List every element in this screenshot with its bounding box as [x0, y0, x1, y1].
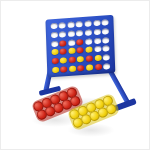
red-checker-in-grid — [78, 65, 85, 71]
empty-hole — [85, 38, 92, 44]
empty-hole — [68, 39, 75, 45]
red-checker-in-grid — [77, 47, 84, 53]
yellow-checker-in-grid — [85, 47, 92, 53]
empty-hole — [102, 37, 109, 43]
empty-hole — [51, 41, 58, 47]
red-checker-in-grid — [86, 55, 93, 61]
yellow-checker-in-grid — [86, 64, 93, 70]
empty-hole — [50, 23, 57, 29]
empty-hole — [76, 30, 83, 36]
board-cell-r6c1[interactable] — [51, 65, 60, 74]
product-photo — [0, 0, 150, 150]
empty-hole — [59, 31, 66, 37]
red-checker-in-grid — [95, 64, 102, 70]
empty-hole — [94, 38, 101, 44]
empty-hole — [103, 54, 110, 60]
empty-hole — [102, 28, 109, 34]
empty-hole — [85, 29, 92, 35]
yellow-checker-in-grid — [52, 67, 59, 73]
empty-hole — [68, 31, 75, 37]
yellow-checker-in-grid — [77, 56, 84, 62]
yellow-checker-in-grid — [94, 55, 101, 61]
empty-hole — [51, 32, 58, 38]
empty-hole — [102, 20, 109, 26]
board-cell-r6c2[interactable] — [60, 64, 69, 73]
empty-hole — [93, 29, 100, 35]
board-cell-r6c4[interactable] — [77, 63, 86, 72]
empty-hole — [93, 20, 100, 26]
empty-hole — [59, 23, 66, 29]
board-grid — [50, 18, 112, 74]
empty-hole — [67, 22, 74, 28]
red-checker-in-grid — [60, 66, 67, 72]
red-checker-in-grid — [77, 39, 84, 45]
empty-hole — [94, 46, 101, 52]
board-cell-r6c3[interactable] — [68, 64, 77, 73]
yellow-checker-in-grid — [68, 48, 75, 54]
empty-hole — [85, 21, 92, 27]
yellow-checker-in-grid — [69, 65, 76, 71]
red-checker-in-grid — [52, 58, 59, 64]
empty-hole — [103, 63, 110, 69]
empty-hole — [76, 21, 83, 27]
board-frame — [45, 15, 115, 78]
empty-hole — [103, 46, 110, 52]
yellow-checker-in-grid — [60, 57, 67, 63]
board-cell-r6c6[interactable] — [94, 62, 103, 71]
red-checker-in-grid — [60, 49, 67, 55]
board-cell-r6c7[interactable] — [102, 61, 111, 70]
red-checker-in-grid — [69, 57, 76, 63]
board-cell-r6c5[interactable] — [85, 63, 94, 72]
red-checker-in-grid — [60, 40, 67, 46]
yellow-checker-in-grid — [51, 49, 58, 55]
